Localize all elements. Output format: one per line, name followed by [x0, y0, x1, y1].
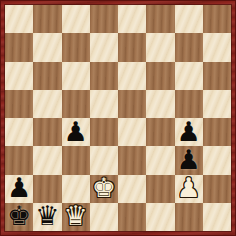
- piece-black-pawn: ♟: [177, 118, 201, 145]
- square-b1[interactable]: ♛: [33, 203, 61, 231]
- chess-board: ♟♟♟♟♚♟♚♛♛: [5, 5, 231, 231]
- square-h5[interactable]: [203, 90, 231, 118]
- square-c8[interactable]: [62, 5, 90, 33]
- piece-white-pawn: ♟: [177, 175, 201, 202]
- square-c7[interactable]: [62, 33, 90, 61]
- square-a8[interactable]: [5, 5, 33, 33]
- square-h6[interactable]: [203, 62, 231, 90]
- square-g4[interactable]: ♟: [175, 118, 203, 146]
- square-c6[interactable]: [62, 62, 90, 90]
- square-c2[interactable]: [62, 175, 90, 203]
- square-c4[interactable]: ♟: [62, 118, 90, 146]
- square-e1[interactable]: [118, 203, 146, 231]
- square-f7[interactable]: [146, 33, 174, 61]
- square-c1[interactable]: ♛: [62, 203, 90, 231]
- square-d2[interactable]: ♚: [90, 175, 118, 203]
- square-f3[interactable]: [146, 146, 174, 174]
- square-d8[interactable]: [90, 5, 118, 33]
- piece-black-pawn: ♟: [177, 146, 201, 173]
- square-a4[interactable]: [5, 118, 33, 146]
- square-f4[interactable]: [146, 118, 174, 146]
- square-g6[interactable]: [175, 62, 203, 90]
- square-a6[interactable]: [5, 62, 33, 90]
- square-e2[interactable]: [118, 175, 146, 203]
- square-a5[interactable]: [5, 90, 33, 118]
- piece-black-pawn: ♟: [64, 118, 88, 145]
- square-e7[interactable]: [118, 33, 146, 61]
- piece-white-queen: ♛: [64, 203, 88, 230]
- square-e4[interactable]: [118, 118, 146, 146]
- square-d1[interactable]: [90, 203, 118, 231]
- square-a7[interactable]: [5, 33, 33, 61]
- square-c5[interactable]: [62, 90, 90, 118]
- piece-black-king: ♚: [7, 203, 31, 230]
- square-a3[interactable]: [5, 146, 33, 174]
- square-g7[interactable]: [175, 33, 203, 61]
- square-h4[interactable]: [203, 118, 231, 146]
- square-g3[interactable]: ♟: [175, 146, 203, 174]
- square-d3[interactable]: [90, 146, 118, 174]
- square-b3[interactable]: [33, 146, 61, 174]
- square-b6[interactable]: [33, 62, 61, 90]
- square-b5[interactable]: [33, 90, 61, 118]
- square-e3[interactable]: [118, 146, 146, 174]
- square-g5[interactable]: [175, 90, 203, 118]
- square-b2[interactable]: [33, 175, 61, 203]
- square-h8[interactable]: [203, 5, 231, 33]
- piece-black-queen: ♛: [35, 203, 59, 230]
- square-f6[interactable]: [146, 62, 174, 90]
- piece-black-pawn: ♟: [7, 175, 31, 202]
- board-frame: ♟♟♟♟♚♟♚♛♛: [0, 0, 236, 236]
- square-h2[interactable]: [203, 175, 231, 203]
- square-g1[interactable]: [175, 203, 203, 231]
- square-h7[interactable]: [203, 33, 231, 61]
- square-h3[interactable]: [203, 146, 231, 174]
- square-d6[interactable]: [90, 62, 118, 90]
- square-b8[interactable]: [33, 5, 61, 33]
- square-e8[interactable]: [118, 5, 146, 33]
- square-f1[interactable]: [146, 203, 174, 231]
- square-f2[interactable]: [146, 175, 174, 203]
- square-g8[interactable]: [175, 5, 203, 33]
- square-f8[interactable]: [146, 5, 174, 33]
- square-d5[interactable]: [90, 90, 118, 118]
- square-e5[interactable]: [118, 90, 146, 118]
- square-d7[interactable]: [90, 33, 118, 61]
- square-f5[interactable]: [146, 90, 174, 118]
- square-d4[interactable]: [90, 118, 118, 146]
- square-b4[interactable]: [33, 118, 61, 146]
- square-b7[interactable]: [33, 33, 61, 61]
- square-a2[interactable]: ♟: [5, 175, 33, 203]
- square-c3[interactable]: [62, 146, 90, 174]
- piece-white-king: ♚: [92, 175, 116, 202]
- square-a1[interactable]: ♚: [5, 203, 33, 231]
- square-g2[interactable]: ♟: [175, 175, 203, 203]
- square-e6[interactable]: [118, 62, 146, 90]
- square-h1[interactable]: [203, 203, 231, 231]
